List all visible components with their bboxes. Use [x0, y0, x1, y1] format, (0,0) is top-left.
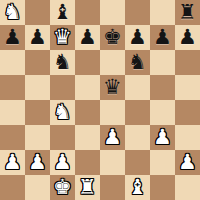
square-g6[interactable]: [150, 50, 175, 75]
square-f1[interactable]: ♝: [125, 175, 150, 200]
white-pawn[interactable]: ♟: [178, 150, 197, 175]
square-d8[interactable]: [75, 0, 100, 25]
square-c1[interactable]: ♚: [50, 175, 75, 200]
square-b1[interactable]: [25, 175, 50, 200]
square-c4[interactable]: ♞: [50, 100, 75, 125]
square-f7[interactable]: ♟: [125, 25, 150, 50]
square-e7[interactable]: ♚: [100, 25, 125, 50]
black-knight[interactable]: ♞: [128, 50, 147, 75]
square-d1[interactable]: ♜: [75, 175, 100, 200]
black-pawn[interactable]: ♟: [178, 25, 197, 50]
square-a7[interactable]: ♟: [0, 25, 25, 50]
square-a8[interactable]: ♞: [0, 0, 25, 25]
black-knight[interactable]: ♞: [53, 50, 72, 75]
square-e2[interactable]: [100, 150, 125, 175]
white-knight[interactable]: ♞: [3, 0, 22, 25]
black-pawn[interactable]: ♟: [3, 25, 22, 50]
square-f8[interactable]: [125, 0, 150, 25]
square-d3[interactable]: [75, 125, 100, 150]
square-a3[interactable]: [0, 125, 25, 150]
square-g1[interactable]: [150, 175, 175, 200]
square-a6[interactable]: [0, 50, 25, 75]
square-f2[interactable]: [125, 150, 150, 175]
black-pawn[interactable]: ♟: [128, 25, 147, 50]
square-e4[interactable]: [100, 100, 125, 125]
square-b2[interactable]: ♟: [25, 150, 50, 175]
white-pawn[interactable]: ♟: [28, 150, 47, 175]
square-c7[interactable]: ♛: [50, 25, 75, 50]
black-rook[interactable]: ♜: [178, 0, 197, 25]
white-pawn[interactable]: ♟: [153, 125, 172, 150]
square-a5[interactable]: [0, 75, 25, 100]
black-bishop[interactable]: ♝: [53, 0, 72, 25]
white-knight[interactable]: ♞: [53, 100, 72, 125]
white-pawn[interactable]: ♟: [53, 150, 72, 175]
square-h5[interactable]: [175, 75, 200, 100]
square-e8[interactable]: [100, 0, 125, 25]
square-b4[interactable]: [25, 100, 50, 125]
white-pawn[interactable]: ♟: [103, 125, 122, 150]
square-b7[interactable]: ♟: [25, 25, 50, 50]
square-g5[interactable]: [150, 75, 175, 100]
square-c6[interactable]: ♞: [50, 50, 75, 75]
square-c3[interactable]: [50, 125, 75, 150]
white-bishop[interactable]: ♝: [128, 175, 147, 200]
square-g3[interactable]: ♟: [150, 125, 175, 150]
white-king[interactable]: ♚: [53, 175, 72, 200]
square-b6[interactable]: [25, 50, 50, 75]
square-d6[interactable]: [75, 50, 100, 75]
square-b5[interactable]: [25, 75, 50, 100]
square-e6[interactable]: [100, 50, 125, 75]
square-e5[interactable]: ♛: [100, 75, 125, 100]
square-d5[interactable]: [75, 75, 100, 100]
square-f6[interactable]: ♞: [125, 50, 150, 75]
square-a4[interactable]: [0, 100, 25, 125]
square-h3[interactable]: [175, 125, 200, 150]
white-rook[interactable]: ♜: [78, 175, 97, 200]
square-d4[interactable]: [75, 100, 100, 125]
square-c2[interactable]: ♟: [50, 150, 75, 175]
square-h1[interactable]: [175, 175, 200, 200]
square-g4[interactable]: [150, 100, 175, 125]
square-a1[interactable]: [0, 175, 25, 200]
square-g7[interactable]: ♟: [150, 25, 175, 50]
square-e1[interactable]: [100, 175, 125, 200]
square-f3[interactable]: [125, 125, 150, 150]
black-pawn[interactable]: ♟: [153, 25, 172, 50]
square-f5[interactable]: [125, 75, 150, 100]
chess-board: ♞♝♜♟♟♛♟♚♟♟♟♞♞♛♞♟♟♟♟♟♟♚♜♝: [0, 0, 200, 200]
square-g8[interactable]: [150, 0, 175, 25]
white-queen[interactable]: ♛: [53, 25, 72, 50]
square-f4[interactable]: [125, 100, 150, 125]
square-h7[interactable]: ♟: [175, 25, 200, 50]
square-b3[interactable]: [25, 125, 50, 150]
square-a2[interactable]: ♟: [0, 150, 25, 175]
black-king[interactable]: ♚: [103, 25, 122, 50]
square-e3[interactable]: ♟: [100, 125, 125, 150]
white-pawn[interactable]: ♟: [3, 150, 22, 175]
square-g2[interactable]: [150, 150, 175, 175]
square-h2[interactable]: ♟: [175, 150, 200, 175]
square-d2[interactable]: [75, 150, 100, 175]
black-pawn[interactable]: ♟: [28, 25, 47, 50]
square-d7[interactable]: ♟: [75, 25, 100, 50]
black-queen[interactable]: ♛: [103, 75, 122, 100]
square-b8[interactable]: [25, 0, 50, 25]
square-c8[interactable]: ♝: [50, 0, 75, 25]
square-h6[interactable]: [175, 50, 200, 75]
square-c5[interactable]: [50, 75, 75, 100]
square-h4[interactable]: [175, 100, 200, 125]
black-pawn[interactable]: ♟: [78, 25, 97, 50]
square-h8[interactable]: ♜: [175, 0, 200, 25]
